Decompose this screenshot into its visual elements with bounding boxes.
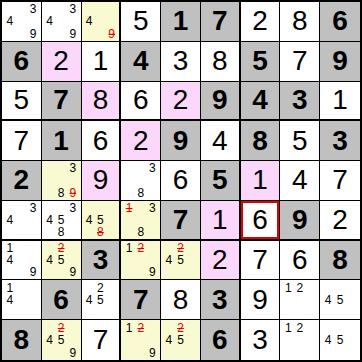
pencil-mark: 4 [84, 15, 95, 27]
cell-r1c1[interactable]: 349 [2, 2, 42, 42]
cell-r8c1[interactable]: 14 [2, 280, 42, 320]
pencil-marks: 2459 [44, 242, 79, 279]
cell-r4c7[interactable]: 8 [241, 121, 281, 161]
cell-r6c4[interactable]: 138 [121, 201, 161, 241]
solved-digit: 3 [252, 326, 268, 354]
pencil-mark: 5 [55, 254, 67, 266]
solved-digit: 8 [292, 7, 308, 35]
pencil-mark-eliminated: 8 [95, 226, 106, 238]
cell-r6c7[interactable]: 6 [241, 201, 281, 241]
cell-r3c1[interactable]: 5 [2, 82, 42, 122]
solved-digit: 1 [252, 166, 268, 194]
solved-digit: 6 [292, 246, 308, 274]
pencil-marks: 458 [84, 202, 118, 238]
cell-r3c9[interactable]: 1 [320, 82, 360, 122]
pencil-marks: 349 [4, 3, 39, 40]
pencil-mark-eliminated: 2 [135, 321, 147, 334]
given-digit: 4 [133, 47, 149, 75]
given-digit: 5 [212, 166, 228, 194]
cell-r6c1[interactable]: 34 [2, 201, 42, 241]
cell-r3c3[interactable]: 8 [82, 82, 122, 122]
pencil-mark: 2 [294, 321, 306, 334]
cell-r9c6[interactable]: 6 [201, 320, 241, 360]
given-digit: 1 [173, 7, 189, 35]
cell-r2c5[interactable]: 3 [161, 42, 201, 82]
pencil-mark: 5 [55, 334, 67, 347]
pencil-mark-eliminated: 2 [175, 321, 187, 334]
cell-r5c9[interactable]: 7 [320, 161, 360, 201]
pencil-mark: 4 [4, 214, 16, 226]
pencil-marks: 245 [163, 321, 198, 359]
cell-r4c3[interactable]: 6 [82, 121, 122, 161]
pencil-marks: 349 [44, 3, 79, 40]
cell-r5c5[interactable]: 6 [161, 161, 201, 201]
pencil-marks: 45 [322, 281, 358, 318]
pencil-mark: 3 [67, 202, 79, 214]
cell-r7c8[interactable]: 6 [280, 241, 320, 281]
solved-digit: 2 [212, 246, 228, 274]
cell-r1c2[interactable]: 349 [42, 2, 82, 42]
cell-r9c1[interactable]: 8 [2, 320, 42, 360]
given-digit: 6 [212, 326, 228, 354]
cell-r2c9[interactable]: 9 [320, 42, 360, 82]
cell-r5c8[interactable]: 4 [280, 161, 320, 201]
pencil-mark: 2 [294, 281, 306, 293]
pencil-marks: 245 [84, 281, 118, 318]
given-digit: 7 [53, 86, 69, 114]
pencil-mark: 9 [67, 346, 79, 359]
cell-r8c9[interactable]: 45 [320, 280, 360, 320]
solved-digit: 1 [212, 206, 228, 234]
solved-digit: 2 [332, 206, 348, 234]
cell-r8c6[interactable]: 3 [201, 280, 241, 320]
pencil-mark-eliminated: 9 [67, 187, 79, 199]
given-digit: 3 [212, 286, 228, 314]
cell-r1c5[interactable]: 1 [161, 2, 201, 42]
given-digit: 9 [332, 47, 348, 75]
given-digit: 8 [14, 326, 30, 354]
cell-r8c4[interactable]: 7 [121, 280, 161, 320]
pencil-mark: 4 [163, 334, 175, 347]
cell-r1c9[interactable]: 6 [320, 2, 360, 42]
solved-digit: 9 [93, 166, 109, 194]
solved-digit: 8 [173, 286, 189, 314]
pencil-marks: 149 [4, 242, 39, 279]
pencil-mark: 3 [147, 202, 159, 214]
solved-digit: 7 [332, 166, 348, 194]
cell-r5c4[interactable]: 38 [121, 161, 161, 201]
cell-r7c9[interactable]: 8 [320, 241, 360, 281]
given-digit: 6 [14, 47, 30, 75]
pencil-mark: 1 [282, 281, 294, 293]
pencil-mark: 5 [334, 334, 346, 347]
cell-r9c9[interactable]: 45 [320, 320, 360, 360]
cell-r8c5[interactable]: 8 [161, 280, 201, 320]
pencil-marks: 12 [282, 281, 317, 318]
solved-digit: 4 [292, 166, 308, 194]
pencil-mark: 9 [67, 28, 79, 40]
given-digit: 8 [332, 246, 348, 274]
cell-r3c5[interactable]: 2 [161, 82, 201, 122]
cell-r4c4[interactable]: 2 [121, 121, 161, 161]
given-digit: 3 [332, 127, 348, 155]
pencil-mark: 5 [95, 214, 106, 226]
solved-digit: 8 [212, 47, 228, 75]
pencil-mark: 5 [95, 294, 106, 306]
solved-digit: 9 [252, 286, 268, 314]
cell-r7c1[interactable]: 149 [2, 241, 42, 281]
pencil-mark: 4 [44, 214, 56, 226]
given-digit: 7 [173, 206, 189, 234]
cell-r4c6[interactable]: 4 [201, 121, 241, 161]
pencil-mark: 8 [55, 226, 67, 238]
cell-r2c7[interactable]: 5 [241, 42, 281, 82]
cell-r2c6[interactable]: 8 [201, 42, 241, 82]
solved-digit: 4 [212, 127, 228, 155]
given-digit: 3 [93, 246, 109, 274]
cell-r9c5[interactable]: 245 [161, 320, 201, 360]
cell-r8c8[interactable]: 12 [280, 280, 320, 320]
pencil-mark: 2 [95, 281, 106, 293]
solved-digit: 2 [133, 127, 149, 155]
solved-digit: 2 [252, 7, 268, 35]
cell-r1c6[interactable]: 7 [201, 2, 241, 42]
cell-r7c6[interactable]: 2 [201, 241, 241, 281]
pencil-mark: 1 [282, 321, 294, 334]
given-digit: 3 [292, 86, 308, 114]
cell-r7c3[interactable]: 3 [82, 241, 122, 281]
cell-r7c4[interactable]: 129 [121, 241, 161, 281]
cell-r3c7[interactable]: 4 [241, 82, 281, 122]
pencil-mark: 9 [147, 266, 159, 278]
given-digit: 8 [252, 127, 268, 155]
pencil-marks: 389 [44, 162, 79, 199]
given-digit: 1 [53, 127, 69, 155]
cell-r6c3[interactable]: 458 [82, 201, 122, 241]
pencil-mark: 4 [322, 294, 334, 306]
given-digit: 2 [14, 166, 30, 194]
pencil-mark: 4 [4, 254, 16, 266]
solved-digit: 6 [173, 166, 189, 194]
solved-digit: 3 [173, 47, 189, 75]
cell-r2c1[interactable]: 6 [2, 42, 42, 82]
cell-r6c5[interactable]: 7 [161, 201, 201, 241]
pencil-mark: 3 [67, 162, 79, 174]
pencil-mark: 8 [135, 226, 147, 238]
pencil-mark-eliminated: 1 [123, 202, 135, 214]
cell-r5c3[interactable]: 9 [82, 161, 122, 201]
cell-r9c4[interactable]: 129 [121, 320, 161, 360]
pencil-mark: 4 [163, 254, 175, 266]
cell-r5c7[interactable]: 1 [241, 161, 281, 201]
pencil-mark: 3 [27, 3, 39, 15]
pencil-mark: 3 [147, 162, 159, 174]
pencil-mark: 1 [4, 281, 16, 293]
pencil-marks: 49 [84, 3, 118, 40]
solved-digit: 8 [93, 86, 109, 114]
solved-digit: 7 [14, 127, 30, 155]
given-digit: 7 [212, 7, 228, 35]
solved-digit: 2 [173, 86, 189, 114]
pencil-mark: 3 [67, 3, 79, 15]
solved-digit: 7 [292, 47, 308, 75]
pencil-mark-eliminated: 2 [55, 321, 67, 334]
cell-r3c2[interactable]: 7 [42, 82, 82, 122]
cell-r2c3[interactable]: 1 [82, 42, 122, 82]
cell-r5c2[interactable]: 389 [42, 161, 82, 201]
cell-r6c2[interactable]: 3458 [42, 201, 82, 241]
cell-r5c6[interactable]: 5 [201, 161, 241, 201]
cell-r7c7[interactable]: 7 [241, 241, 281, 281]
cell-r9c3[interactable]: 7 [82, 320, 122, 360]
solved-digit: 5 [292, 127, 308, 155]
cell-r6c8[interactable]: 9 [280, 201, 320, 241]
cell-r3c6[interactable]: 9 [201, 82, 241, 122]
cell-r2c8[interactable]: 7 [280, 42, 320, 82]
solved-digit: 1 [332, 86, 348, 114]
cell-r8c3[interactable]: 245 [82, 280, 122, 320]
pencil-marks: 34 [4, 202, 39, 238]
solved-digit: 5 [14, 86, 30, 114]
solved-digit: 1 [93, 47, 109, 75]
given-digit: 7 [133, 286, 149, 314]
pencil-marks: 129 [123, 242, 158, 279]
pencil-mark: 4 [4, 294, 16, 306]
cell-r7c2[interactable]: 2459 [42, 241, 82, 281]
solved-digit: 7 [252, 246, 268, 274]
cell-r4c8[interactable]: 5 [280, 121, 320, 161]
cell-r5c1[interactable]: 2 [2, 161, 42, 201]
pencil-marks: 38 [123, 162, 158, 199]
solved-digit: 5 [133, 7, 149, 35]
solved-digit: 7 [93, 326, 109, 354]
cell-r1c4[interactable]: 5 [121, 2, 161, 42]
pencil-mark: 1 [123, 321, 135, 334]
pencil-marks: 2459 [44, 321, 79, 359]
solved-digit: 2 [53, 47, 69, 75]
sudoku-board: 3493494951728662143857957862943171629485… [0, 0, 362, 362]
cell-r7c5[interactable]: 245 [161, 241, 201, 281]
pencil-mark: 4 [322, 334, 334, 347]
given-digit: 9 [173, 127, 189, 155]
cell-r8c7[interactable]: 9 [241, 280, 281, 320]
pencil-mark: 4 [84, 294, 95, 306]
solved-digit: 6 [93, 127, 109, 155]
pencil-mark-eliminated: 9 [106, 28, 117, 40]
pencil-mark-eliminated: 2 [135, 242, 147, 254]
pencil-mark: 4 [44, 254, 56, 266]
pencil-mark: 9 [67, 266, 79, 278]
cell-r1c8[interactable]: 8 [280, 2, 320, 42]
given-digit: 4 [252, 86, 268, 114]
pencil-mark: 4 [44, 15, 56, 27]
pencil-mark: 1 [123, 242, 135, 254]
pencil-mark: 8 [135, 187, 147, 199]
cell-r6c9[interactable]: 2 [320, 201, 360, 241]
pencil-mark: 5 [175, 334, 187, 347]
pencil-mark: 9 [27, 266, 39, 278]
solved-digit: 6 [252, 206, 268, 234]
pencil-mark: 5 [334, 294, 346, 306]
pencil-marks: 12 [282, 321, 317, 359]
pencil-marks: 14 [4, 281, 39, 318]
pencil-mark: 5 [175, 254, 187, 266]
pencil-marks: 129 [123, 321, 158, 359]
cell-r4c9[interactable]: 3 [320, 121, 360, 161]
cell-r9c7[interactable]: 3 [241, 320, 281, 360]
cell-r9c2[interactable]: 2459 [42, 320, 82, 360]
pencil-mark: 9 [27, 28, 39, 40]
pencil-marks: 45 [322, 321, 358, 359]
cell-r1c3[interactable]: 49 [82, 2, 122, 42]
cell-r4c2[interactable]: 1 [42, 121, 82, 161]
given-digit: 6 [332, 7, 348, 35]
cell-r3c8[interactable]: 3 [280, 82, 320, 122]
cell-r6c6[interactable]: 1 [201, 201, 241, 241]
given-digit: 6 [53, 286, 69, 314]
pencil-marks: 3458 [44, 202, 79, 238]
cell-r1c7[interactable]: 2 [241, 2, 281, 42]
given-digit: 9 [212, 86, 228, 114]
cell-r4c1[interactable]: 7 [2, 121, 42, 161]
pencil-mark: 4 [4, 15, 16, 27]
pencil-mark: 3 [27, 202, 39, 214]
pencil-mark: 4 [84, 214, 95, 226]
pencil-mark: 9 [147, 346, 159, 359]
cell-r9c8[interactable]: 12 [280, 320, 320, 360]
solved-digit: 6 [133, 86, 149, 114]
given-digit: 5 [252, 47, 268, 75]
pencil-mark: 4 [44, 334, 56, 347]
cell-r3c4[interactable]: 6 [121, 82, 161, 122]
pencil-marks: 138 [123, 202, 158, 238]
pencil-marks: 245 [163, 242, 198, 279]
pencil-mark: 8 [55, 187, 67, 199]
cell-r8c2[interactable]: 6 [42, 280, 82, 320]
cell-r2c4[interactable]: 4 [121, 42, 161, 82]
cell-r4c5[interactable]: 9 [161, 121, 201, 161]
given-digit: 9 [292, 206, 308, 234]
cell-r2c2[interactable]: 2 [42, 42, 82, 82]
